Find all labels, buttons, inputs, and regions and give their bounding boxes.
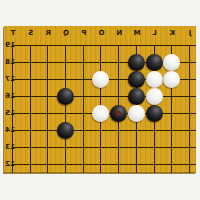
column-label: M [131, 27, 143, 39]
stone-black-M16[interactable] [128, 88, 145, 105]
column-label: P [78, 27, 90, 39]
grid-line-v [83, 45, 84, 173]
row-label: 15 [4, 108, 16, 118]
stone-white-O15[interactable] [93, 105, 110, 122]
column-label: Q [60, 27, 72, 39]
row-label: 19 [4, 40, 16, 50]
column-label: O [96, 27, 108, 39]
stone-white-O17[interactable] [93, 71, 110, 88]
column-label: S [25, 27, 37, 39]
row-label: 16 [4, 91, 16, 101]
column-label: K [166, 27, 178, 39]
row-label: 14 [4, 125, 16, 135]
stone-white-M15[interactable] [128, 105, 145, 122]
row-label: 17 [4, 74, 16, 84]
grid-line-h [12, 96, 196, 97]
grid-line-v [189, 45, 190, 173]
stone-black-M17[interactable] [128, 71, 145, 88]
row-label: 18 [4, 57, 16, 67]
grid-line-v [65, 45, 66, 173]
grid-line-v [47, 45, 48, 173]
stone-black-M18[interactable] [128, 54, 145, 71]
column-label: N [113, 27, 125, 39]
stone-black-Q16[interactable] [57, 88, 74, 105]
grid-line-h [12, 45, 196, 46]
stone-black-L18[interactable] [146, 54, 163, 71]
row-label: 13 [4, 142, 16, 152]
grid-line-h [12, 147, 196, 148]
stone-white-L16[interactable] [146, 88, 163, 105]
stone-white-K18[interactable] [163, 54, 180, 71]
column-label: J [184, 27, 196, 39]
stone-black-N15[interactable] [110, 105, 127, 122]
go-board[interactable]: JKLMNOPQRST1918171615141312 [4, 26, 196, 173]
stone-white-L17[interactable] [146, 71, 163, 88]
row-label: 12 [4, 159, 16, 169]
grid-line-v [30, 45, 31, 173]
stone-black-L15[interactable] [146, 105, 163, 122]
grid-line-h [12, 130, 196, 131]
column-label: R [42, 27, 54, 39]
stone-black-Q14[interactable] [57, 122, 74, 139]
column-label: T [7, 27, 19, 39]
grid-line-h [12, 164, 196, 165]
last-move-marker [116, 111, 121, 116]
stone-white-K17[interactable] [163, 71, 180, 88]
window-background: JKLMNOPQRST1918171615141312 [0, 0, 200, 200]
column-label: L [149, 27, 161, 39]
